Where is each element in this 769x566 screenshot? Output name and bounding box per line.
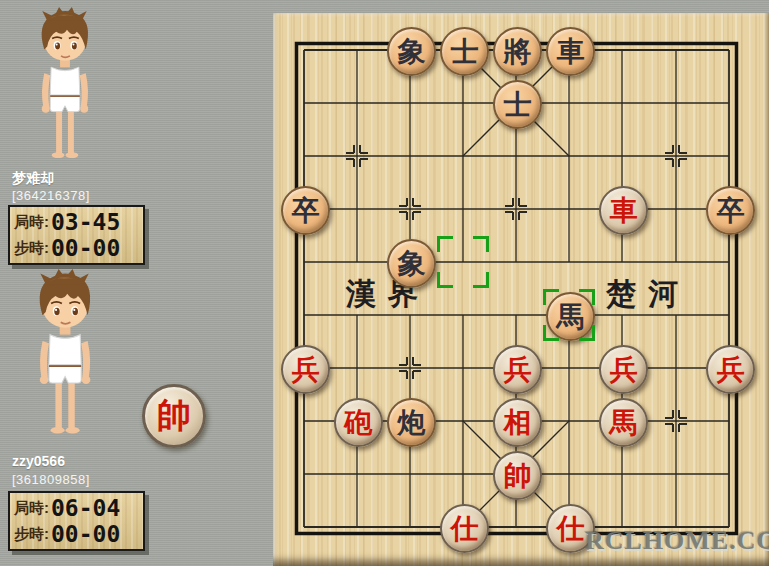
piece-black-general[interactable]: 將 <box>493 27 542 76</box>
river-label-right: 楚河 <box>606 274 690 315</box>
piece-red-soldier[interactable]: 兵 <box>281 345 330 394</box>
piece-red-chariot[interactable]: 車 <box>599 186 648 235</box>
piece-black-chariot[interactable]: 車 <box>546 27 595 76</box>
move-time-value: 00-00 <box>51 235 120 261</box>
piece-red-horse[interactable]: 馬 <box>599 398 648 447</box>
game-time-value: 06-04 <box>51 495 120 521</box>
move-time-value: 00-00 <box>51 521 120 547</box>
piece-red-general[interactable]: 帥 <box>493 451 542 500</box>
player-bottom-id: [361809858] <box>12 472 90 487</box>
piece-red-soldier[interactable]: 兵 <box>706 345 755 394</box>
boy-avatar-illustration <box>14 6 114 164</box>
game-window: 梦难却 [364216378] 局時: 03-45 步時: 00-00 帥 zz… <box>0 0 769 566</box>
piece-red-soldier[interactable]: 兵 <box>493 345 542 394</box>
piece-red-elephant[interactable]: 相 <box>493 398 542 447</box>
piece-red-advisor[interactable]: 仕 <box>440 504 489 553</box>
piece-black-advisor[interactable]: 士 <box>440 27 489 76</box>
game-time-label: 局時: <box>14 499 49 518</box>
player-top-avatar <box>14 6 114 164</box>
piece-red-soldier[interactable]: 兵 <box>599 345 648 394</box>
piece-black-horse[interactable]: 馬 <box>546 292 595 341</box>
move-time-label: 步時: <box>14 239 49 258</box>
player-top-clock: 局時: 03-45 步時: 00-00 <box>8 205 145 265</box>
player-bottom-name: zzy0566 <box>12 453 65 469</box>
piece-red-cannon[interactable]: 砲 <box>334 398 383 447</box>
player-bottom-side-piece: 帥 <box>142 384 206 448</box>
player-bottom-avatar <box>8 268 120 440</box>
player-bottom-clock: 局時: 06-04 步時: 00-00 <box>8 491 145 551</box>
player-top-name: 梦难却 <box>12 170 54 188</box>
side-piece-glyph: 帥 <box>157 393 191 439</box>
player-top-id: [364216378] <box>12 188 90 203</box>
move-time-label: 步時: <box>14 525 49 544</box>
boy-avatar-illustration <box>8 268 120 440</box>
piece-black-soldier[interactable]: 卒 <box>281 186 330 235</box>
piece-black-advisor[interactable]: 士 <box>493 80 542 129</box>
watermark: RCLHOME.COM <box>585 526 769 556</box>
piece-black-elephant[interactable]: 象 <box>387 27 436 76</box>
piece-black-cannon[interactable]: 炮 <box>387 398 436 447</box>
game-time-value: 03-45 <box>51 209 120 235</box>
piece-black-soldier[interactable]: 卒 <box>706 186 755 235</box>
piece-black-elephant[interactable]: 象 <box>387 239 436 288</box>
game-time-label: 局時: <box>14 213 49 232</box>
